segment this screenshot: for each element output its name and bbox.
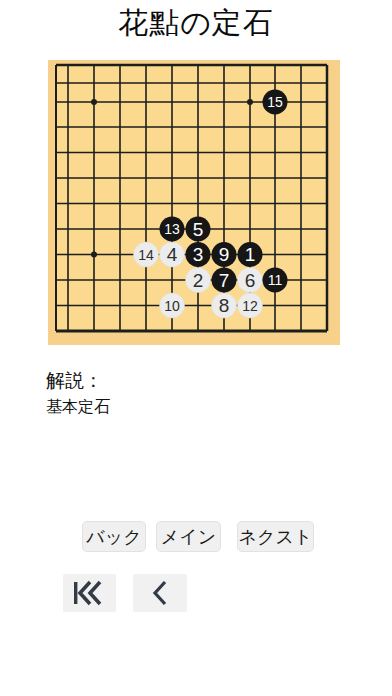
- first-move-button[interactable]: [63, 574, 116, 612]
- stone-7: 7: [212, 268, 237, 293]
- stone-number: 1: [245, 244, 256, 265]
- stone-number: 10: [164, 298, 180, 314]
- stone-4: 4: [160, 242, 185, 267]
- stone-number: 12: [242, 298, 258, 314]
- stone-3: 3: [186, 242, 211, 267]
- star-point: [91, 99, 97, 105]
- commentary-label: 解説：: [46, 368, 103, 394]
- previous-move-button[interactable]: [133, 574, 187, 612]
- star-point: [91, 252, 97, 258]
- next-button[interactable]: ネクスト: [237, 521, 314, 552]
- skip-to-start-icon: [70, 580, 110, 606]
- stone-number: 6: [245, 270, 256, 291]
- stone-15: 15: [263, 90, 288, 115]
- go-board: 123456789101112131415: [48, 60, 340, 345]
- stone-11: 11: [263, 268, 288, 293]
- stone-5: 5: [186, 217, 211, 242]
- page-title: 花點の定石: [0, 6, 392, 41]
- stone-number: 3: [193, 244, 204, 265]
- stone-number: 13: [164, 221, 180, 237]
- stone-number: 5: [193, 219, 204, 240]
- chevron-left-icon: [150, 580, 170, 606]
- stone-8: 8: [212, 293, 237, 318]
- stone-number: 14: [138, 247, 154, 263]
- stone-number: 4: [167, 244, 178, 265]
- stone-number: 7: [219, 270, 230, 291]
- stone-1: 1: [238, 242, 263, 267]
- stone-number: 9: [219, 244, 230, 265]
- stone-14: 14: [134, 242, 159, 267]
- main-button[interactable]: メイン: [156, 521, 221, 552]
- stone-10: 10: [160, 293, 185, 318]
- stone-12: 12: [238, 293, 263, 318]
- star-point: [247, 99, 253, 105]
- commentary-text: 基本定石: [46, 397, 110, 418]
- stone-9: 9: [212, 242, 237, 267]
- back-button[interactable]: バック: [82, 521, 146, 552]
- stone-13: 13: [160, 217, 185, 242]
- stone-2: 2: [186, 268, 211, 293]
- stone-number: 11: [268, 272, 283, 288]
- stone-number: 8: [219, 295, 230, 316]
- stone-number: 2: [193, 270, 204, 291]
- stone-6: 6: [238, 268, 263, 293]
- stone-number: 15: [267, 94, 283, 110]
